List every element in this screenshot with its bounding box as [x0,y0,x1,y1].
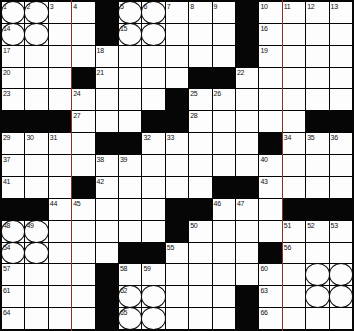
cell-r6c3 [49,111,71,132]
cell-r11c4[interactable] [72,221,94,242]
cell-r3c10[interactable] [213,46,235,67]
cell-r2c4[interactable] [72,24,94,45]
cell-r1c14[interactable]: 12 [306,2,328,23]
circle-marker [305,263,329,286]
clue-number: 66 [260,308,267,317]
cell-r14c6[interactable]: 62 [119,286,141,307]
cell-r9c3[interactable] [49,177,71,198]
cell-r4c2[interactable] [25,68,47,89]
cell-r4c11[interactable]: 22 [236,68,258,89]
cell-r2c13[interactable] [283,24,305,45]
cell-r14c8[interactable] [166,286,188,307]
cell-r4c3[interactable] [49,68,71,89]
cell-r12c8[interactable]: 55 [166,243,188,264]
clue-number: 34 [284,133,291,142]
cell-r9c15[interactable] [330,177,352,198]
cell-r9c4 [72,177,94,198]
cell-r15c6[interactable]: 65 [119,308,141,329]
cell-r11c7[interactable] [142,221,164,242]
cell-r6c8 [166,111,188,132]
cell-r9c2[interactable] [25,177,47,198]
cell-r10c6[interactable] [119,199,141,220]
cell-r13c6[interactable]: 58 [119,264,141,285]
circle-marker [141,23,165,46]
cell-r7c13[interactable]: 34 [283,133,305,154]
cell-r8c3[interactable] [49,155,71,176]
cell-r10c10[interactable]: 46 [213,199,235,220]
clue-number: 17 [3,46,10,55]
cell-r6c5[interactable] [96,111,118,132]
cell-r7c4[interactable] [72,133,94,154]
circle-marker [141,307,165,330]
cell-r9c8[interactable] [166,177,188,198]
cell-r1c2[interactable]: 2 [25,2,47,23]
cell-r3c14[interactable] [306,46,328,67]
cell-r11c5[interactable] [96,221,118,242]
cell-r3c12[interactable]: 19 [259,46,281,67]
clue-number: 65 [120,308,127,317]
clue-number: 60 [260,264,267,273]
circle-marker [24,242,48,265]
cell-r11c15[interactable]: 53 [330,221,352,242]
cell-r1c7[interactable]: 6 [142,2,164,23]
cell-r14c9[interactable] [189,286,211,307]
cell-r13c4[interactable] [72,264,94,285]
cell-r3c5[interactable]: 18 [96,46,118,67]
clue-number: 1 [3,2,7,11]
cell-r13c7[interactable]: 59 [142,264,164,285]
clue-number: 31 [50,133,57,142]
cell-r2c1[interactable]: 14 [2,24,24,45]
cell-r4c10 [213,68,235,89]
clue-number: 45 [73,199,80,208]
cell-r1c10[interactable]: 9 [213,2,235,23]
circle-marker [329,263,353,286]
cell-r10c4[interactable]: 45 [72,199,94,220]
cell-r5c10[interactable]: 26 [213,89,235,110]
cell-r1c4[interactable]: 4 [72,2,94,23]
cell-r5c2[interactable] [25,89,47,110]
cell-r13c14[interactable] [306,264,328,285]
cell-r2c5 [96,24,118,45]
cell-r3c8[interactable] [166,46,188,67]
cell-r10c9 [189,199,211,220]
clue-number: 46 [214,199,221,208]
clue-number: 55 [167,243,174,252]
cell-r5c12[interactable] [259,89,281,110]
cell-r4c8[interactable] [166,68,188,89]
cell-r15c12[interactable]: 66 [259,308,281,329]
cell-r5c4[interactable]: 24 [72,89,94,110]
cell-r8c5[interactable]: 38 [96,155,118,176]
cell-r5c9[interactable]: 25 [189,89,211,110]
cell-r15c14[interactable] [306,308,328,329]
cell-r2c12[interactable]: 16 [259,24,281,45]
circle-marker [141,285,165,308]
cell-r2c7[interactable] [142,24,164,45]
cell-r4c12[interactable] [259,68,281,89]
cell-r6c2 [25,111,47,132]
clue-number: 5 [120,2,124,11]
cell-r15c3[interactable] [49,308,71,329]
cell-r4c9 [189,68,211,89]
circle-marker [305,285,329,308]
cell-r10c11[interactable]: 47 [236,199,258,220]
clue-number: 16 [260,24,267,33]
cell-r8c15[interactable] [330,155,352,176]
cell-r13c13[interactable] [283,264,305,285]
cell-r13c11[interactable] [236,264,258,285]
clue-number: 62 [120,286,127,295]
cell-r7c1[interactable]: 29 [2,133,24,154]
cell-r10c8 [166,199,188,220]
clue-number: 26 [214,89,221,98]
cell-r8c9[interactable] [189,155,211,176]
cell-r9c12[interactable]: 43 [259,177,281,198]
clue-number: 50 [190,221,197,230]
clue-number: 15 [120,24,127,33]
cell-r15c9[interactable] [189,308,211,329]
cell-r9c6[interactable] [119,177,141,198]
clue-number: 9 [214,2,218,11]
cell-r2c10[interactable] [213,24,235,45]
cell-r3c15[interactable] [330,46,352,67]
cell-r4c15[interactable] [330,68,352,89]
cell-r3c4[interactable] [72,46,94,67]
cell-r5c15[interactable] [330,89,352,110]
cell-r1c12[interactable]: 10 [259,2,281,23]
cell-r6c1 [2,111,24,132]
cell-r12c9[interactable] [189,243,211,264]
clue-number: 4 [73,2,77,11]
cell-r10c15 [330,199,352,220]
cell-r14c5 [96,286,118,307]
cell-r10c14 [306,199,328,220]
cell-r5c6[interactable] [119,89,141,110]
cell-r9c13[interactable] [283,177,305,198]
circle-marker [329,285,353,308]
cell-r8c1[interactable]: 37 [2,155,24,176]
cell-r14c7[interactable] [142,286,164,307]
cell-r8c8[interactable] [166,155,188,176]
cell-r6c15 [330,111,352,132]
cell-r5c3[interactable] [49,89,71,110]
clue-number: 24 [73,89,80,98]
cell-r11c9[interactable]: 50 [189,221,211,242]
cell-r2c2[interactable] [25,24,47,45]
clue-number: 22 [237,68,244,77]
cell-r1c1[interactable]: 1 [2,2,24,23]
cell-r13c5 [96,264,118,285]
clue-number: 14 [3,24,10,33]
clue-number: 52 [307,221,314,230]
clue-number: 32 [143,133,150,142]
cell-r6c7 [142,111,164,132]
cell-r7c11[interactable] [236,133,258,154]
clue-number: 11 [284,2,291,11]
clue-number: 6 [143,2,147,11]
cell-r8c11[interactable] [236,155,258,176]
cell-r8c13[interactable] [283,155,305,176]
cell-r15c11 [236,308,258,329]
cell-r10c5[interactable] [96,199,118,220]
cell-r4c6[interactable] [119,68,141,89]
cell-r7c15[interactable]: 36 [330,133,352,154]
cell-r11c3[interactable] [49,221,71,242]
cell-r3c9[interactable] [189,46,211,67]
cell-r13c12[interactable]: 60 [259,264,281,285]
cell-r11c8 [166,221,188,242]
cell-r4c14[interactable] [306,68,328,89]
clue-number: 47 [237,199,244,208]
clue-number: 10 [260,2,267,11]
cell-r13c3[interactable] [49,264,71,285]
cell-r12c2[interactable] [25,243,47,264]
cell-r15c4[interactable] [72,308,94,329]
clue-number: 3 [50,2,54,11]
cell-r9c1[interactable]: 41 [2,177,24,198]
crossword-puzzle: 1234567891011121314151617181920212223242… [0,0,354,331]
cell-r15c8[interactable] [166,308,188,329]
cell-r1c15[interactable]: 13 [330,2,352,23]
cell-r14c11 [236,286,258,307]
cell-r14c13[interactable] [283,286,305,307]
cell-r14c2[interactable] [25,286,47,307]
clue-number: 51 [284,221,291,230]
cell-r11c6[interactable] [119,221,141,242]
cell-r9c5[interactable]: 42 [96,177,118,198]
cell-r4c1[interactable]: 20 [2,68,24,89]
cell-r3c6[interactable] [119,46,141,67]
clue-number: 25 [190,89,197,98]
cell-r7c9[interactable] [189,133,211,154]
cell-r11c13[interactable]: 51 [283,221,305,242]
cell-r5c7[interactable] [142,89,164,110]
clue-number: 63 [260,286,267,295]
clue-number: 43 [260,177,267,186]
cell-r6c14 [306,111,328,132]
cell-r12c11[interactable] [236,243,258,264]
cell-r15c15[interactable] [330,308,352,329]
cell-r14c4[interactable] [72,286,94,307]
clue-number: 64 [3,308,10,317]
cell-r6c11[interactable] [236,111,258,132]
cell-r7c3[interactable]: 31 [49,133,71,154]
cell-r6c10[interactable] [213,111,235,132]
cell-r14c10[interactable] [213,286,235,307]
cell-r13c15[interactable] [330,264,352,285]
cell-r7c5 [96,133,118,154]
cell-r4c4 [72,68,94,89]
clue-number: 38 [97,155,104,164]
cell-r12c5[interactable] [96,243,118,264]
cell-r10c12[interactable] [259,199,281,220]
cell-r15c5 [96,308,118,329]
cell-r1c9[interactable]: 8 [189,2,211,23]
cell-r5c13[interactable] [283,89,305,110]
clue-number: 23 [3,89,10,98]
cell-r7c7[interactable]: 32 [142,133,164,154]
clue-number: 35 [307,133,314,142]
cell-r8c2[interactable] [25,155,47,176]
cell-r14c12[interactable]: 63 [259,286,281,307]
clue-number: 53 [331,221,338,230]
cell-r12c10[interactable] [213,243,235,264]
cell-r15c1[interactable]: 64 [2,308,24,329]
clue-number: 36 [331,133,338,142]
clue-number: 61 [3,286,10,295]
cell-r3c3[interactable] [49,46,71,67]
cell-r12c6 [119,243,141,264]
cell-r7c2[interactable]: 30 [25,133,47,154]
cell-r4c7[interactable] [142,68,164,89]
clue-number: 8 [190,2,194,11]
cell-r6c13[interactable] [283,111,305,132]
cell-r8c12[interactable]: 40 [259,155,281,176]
cell-r2c9[interactable] [189,24,211,45]
cell-r7c12 [259,133,281,154]
cell-r15c7[interactable] [142,308,164,329]
cell-r2c14[interactable] [306,24,328,45]
cell-r11c11[interactable] [236,221,258,242]
cell-r15c10[interactable] [213,308,235,329]
cell-r14c1[interactable]: 61 [2,286,24,307]
cell-r12c4[interactable] [72,243,94,264]
cell-r6c6[interactable] [119,111,141,132]
crossword-grid: 1234567891011121314151617181920212223242… [0,0,354,331]
clue-number: 28 [190,111,197,120]
cell-r10c1 [2,199,24,220]
cell-r4c13[interactable] [283,68,305,89]
clue-number: 54 [3,243,10,252]
cell-r5c5[interactable] [96,89,118,110]
cell-r7c6 [119,133,141,154]
cell-r10c2 [25,199,47,220]
cell-r8c6[interactable]: 39 [119,155,141,176]
cell-r8c7[interactable] [142,155,164,176]
cell-r3c7[interactable] [142,46,164,67]
cell-r4c5[interactable]: 21 [96,68,118,89]
cell-r3c2[interactable] [25,46,47,67]
cell-r6c9[interactable]: 28 [189,111,211,132]
clue-number: 2 [26,2,30,11]
cell-r8c14[interactable] [306,155,328,176]
clue-number: 58 [120,264,127,273]
cell-r1c5 [96,2,118,23]
cell-r8c10[interactable] [213,155,235,176]
cell-r2c3[interactable] [49,24,71,45]
clue-number: 12 [307,2,314,11]
cell-r11c14[interactable]: 52 [306,221,328,242]
clue-number: 29 [3,133,10,142]
clue-number: 40 [260,155,267,164]
cell-r11c12[interactable] [259,221,281,242]
cell-r5c11[interactable] [236,89,258,110]
clue-number: 7 [167,2,171,11]
clue-number: 19 [260,46,267,55]
cell-r9c7[interactable] [142,177,164,198]
cell-r1c6[interactable]: 5 [119,2,141,23]
cell-r2c6[interactable]: 15 [119,24,141,45]
cell-r9c11 [236,177,258,198]
clue-number: 57 [3,264,10,273]
cell-r9c14[interactable] [306,177,328,198]
cell-r12c13[interactable]: 56 [283,243,305,264]
cell-r9c9[interactable] [189,177,211,198]
clue-number: 48 [3,221,10,230]
cell-r2c11 [236,24,258,45]
clue-number: 56 [284,243,291,252]
cell-r1c8[interactable]: 7 [166,2,188,23]
cell-r10c7[interactable] [142,199,164,220]
cell-r7c10[interactable] [213,133,235,154]
clue-number: 42 [97,177,104,186]
cell-r12c15[interactable] [330,243,352,264]
cell-r5c14[interactable] [306,89,328,110]
cell-r8c4[interactable] [72,155,94,176]
cell-r13c1[interactable]: 57 [2,264,24,285]
cell-r13c2[interactable] [25,264,47,285]
cell-r7c14[interactable]: 35 [306,133,328,154]
cell-r15c2[interactable] [25,308,47,329]
clue-number: 20 [3,68,10,77]
clue-number: 39 [120,155,127,164]
cell-r12c3[interactable] [49,243,71,264]
clue-number: 37 [3,155,10,164]
cell-r5c1[interactable]: 23 [2,89,24,110]
cell-r13c9[interactable] [189,264,211,285]
cell-r11c2[interactable]: 49 [25,221,47,242]
clue-number: 41 [3,177,10,186]
cell-r6c4[interactable]: 27 [72,111,94,132]
cell-r12c12 [259,243,281,264]
cell-r9c10 [213,177,235,198]
clue-number: 21 [97,68,104,77]
cell-r11c1[interactable]: 48 [2,221,24,242]
cell-r12c14[interactable] [306,243,328,264]
cell-r7c8[interactable]: 33 [166,133,188,154]
circle-marker [24,23,48,46]
cell-r3c1[interactable]: 17 [2,46,24,67]
clue-number: 59 [143,264,150,273]
clue-number: 44 [50,199,57,208]
cell-r13c10[interactable] [213,264,235,285]
clue-number: 49 [26,221,33,230]
clue-number: 13 [331,2,338,11]
cell-r5c8 [166,89,188,110]
cell-r11c10[interactable] [213,221,235,242]
cell-r2c8[interactable] [166,24,188,45]
clue-number: 30 [26,133,33,142]
cell-r10c3[interactable]: 44 [49,199,71,220]
cell-r6c12[interactable] [259,111,281,132]
cell-r1c13[interactable]: 11 [283,2,305,23]
cell-r14c3[interactable] [49,286,71,307]
cell-r15c13[interactable] [283,308,305,329]
cell-r10c13 [283,199,305,220]
cell-r13c8[interactable] [166,264,188,285]
cell-r12c7 [142,243,164,264]
clue-number: 27 [73,111,80,120]
cell-r3c11 [236,46,258,67]
cell-r1c3[interactable]: 3 [49,2,71,23]
cell-r14c14[interactable] [306,286,328,307]
cell-r14c15[interactable] [330,286,352,307]
clue-number: 33 [167,133,174,142]
cell-r12c1[interactable]: 54 [2,243,24,264]
cell-r2c15[interactable] [330,24,352,45]
cell-r3c13[interactable] [283,46,305,67]
